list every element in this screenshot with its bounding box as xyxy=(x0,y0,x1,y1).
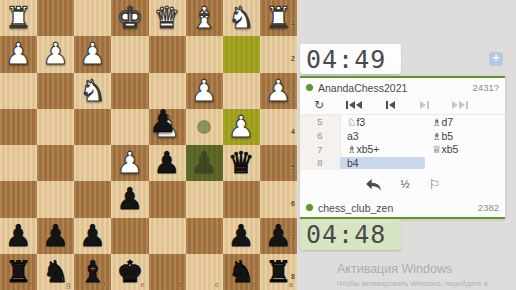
square-g7[interactable]: ♟ xyxy=(37,218,74,254)
square-e3[interactable] xyxy=(111,73,148,109)
white-knight[interactable]: ♞ xyxy=(223,0,260,36)
square-f5[interactable] xyxy=(74,145,111,181)
rank-label-5: 5 xyxy=(291,164,295,171)
square-h1[interactable]: ♜ xyxy=(0,0,37,36)
white-pawn[interactable]: ♟ xyxy=(37,36,74,72)
rank-label-8: 8 xyxy=(291,273,295,280)
square-f3[interactable]: ♞ xyxy=(74,73,111,109)
move-nav-toolbar: ↻ xyxy=(300,97,505,115)
black-pawn[interactable]: ♟ xyxy=(74,218,111,254)
white-pawn[interactable]: ♟ xyxy=(0,36,37,72)
game-action-bar: ½ ⚐ xyxy=(300,170,505,198)
black-clock-active: 04:48 xyxy=(300,219,401,250)
square-e5[interactable]: ♟ xyxy=(111,145,148,181)
black-queen[interactable]: ♛ xyxy=(223,145,260,181)
white-clock: 04:49 xyxy=(300,44,401,74)
white-king[interactable]: ♚ xyxy=(111,0,148,36)
move-number: 6 xyxy=(300,130,340,141)
square-c2[interactable] xyxy=(186,36,223,72)
last-move-icon[interactable] xyxy=(450,97,470,113)
square-f6[interactable] xyxy=(74,181,111,217)
white-bishop[interactable]: ♝ xyxy=(186,0,223,36)
rank-label-3: 3 xyxy=(291,92,295,99)
top-player-name[interactable]: AnandaChess2021 xyxy=(318,82,473,94)
square-e6[interactable]: ♟ xyxy=(111,181,148,217)
bottom-player-name[interactable]: chess_club_zen xyxy=(318,202,478,214)
black-pawn[interactable]: ♟ xyxy=(186,145,223,181)
white-pawn[interactable]: ♟ xyxy=(186,73,223,109)
resign-flag-icon[interactable]: ⚐ xyxy=(429,177,441,192)
move-number: 5 xyxy=(300,116,340,127)
file-label-c: c xyxy=(215,281,219,288)
white-rook[interactable]: ♜ xyxy=(0,0,37,36)
file-label-a: a xyxy=(289,281,293,288)
square-d2[interactable] xyxy=(149,36,186,72)
move-number: 7 xyxy=(300,144,340,155)
file-label-g: g xyxy=(66,281,70,288)
square-g4[interactable] xyxy=(37,109,74,145)
white-pawn[interactable]: ♟ xyxy=(223,109,260,145)
square-c6[interactable] xyxy=(186,181,223,217)
square-d3[interactable] xyxy=(149,73,186,109)
square-f7[interactable]: ♟ xyxy=(74,218,111,254)
square-e7[interactable] xyxy=(111,218,148,254)
black-pawn[interactable]: ♟ xyxy=(37,218,74,254)
square-h5[interactable] xyxy=(0,145,37,181)
rank-label-7: 7 xyxy=(291,237,295,244)
square-d4[interactable]: ♟ xyxy=(149,109,186,145)
move-row-5: 5♘f3♗d7 xyxy=(300,115,505,129)
black-move-san[interactable]: ♕xb5 xyxy=(425,143,458,155)
file-label-e: e xyxy=(140,281,144,288)
white-move-san[interactable]: b4 xyxy=(340,157,425,169)
square-d7[interactable] xyxy=(149,218,186,254)
file-label-h: h xyxy=(29,281,33,288)
black-pawn[interactable]: ♟ xyxy=(223,218,260,254)
square-c3[interactable]: ♟ xyxy=(186,73,223,109)
legal-move-dot[interactable] xyxy=(197,120,211,134)
square-h6[interactable] xyxy=(0,181,37,217)
file-label-d: d xyxy=(178,281,182,288)
last-move-highlight xyxy=(223,36,260,72)
white-move-san[interactable]: a3 xyxy=(340,130,425,142)
square-e4[interactable] xyxy=(111,109,148,145)
white-knight[interactable]: ♞ xyxy=(74,73,111,109)
square-e2[interactable] xyxy=(111,36,148,72)
move-row-8: 8b4 xyxy=(300,156,505,170)
first-move-icon[interactable] xyxy=(344,97,364,113)
game-side-panel: AnandaChess2021 2431? ↻ 5♘f3♗d76a3♗b57♗x… xyxy=(300,76,505,219)
move-list[interactable]: 5♘f3♗d76a3♗b57♗xb5+♕xb58b4 xyxy=(300,115,505,170)
square-g2[interactable]: ♟ xyxy=(37,36,74,72)
online-dot xyxy=(306,204,313,211)
square-h7[interactable]: ♟ xyxy=(0,218,37,254)
takeback-icon[interactable] xyxy=(365,178,382,191)
square-c5[interactable]: ♟ xyxy=(186,145,223,181)
white-move-san[interactable]: ♘f3 xyxy=(340,116,425,128)
offer-draw-icon[interactable]: ½ xyxy=(401,178,410,190)
square-d5[interactable]: ♟ xyxy=(149,145,186,181)
square-c4[interactable] xyxy=(186,109,223,145)
square-h3[interactable] xyxy=(0,73,37,109)
file-label-b: b xyxy=(252,281,256,288)
black-pawn[interactable]: ♟ xyxy=(149,145,186,181)
square-f4[interactable] xyxy=(74,109,111,145)
black-pawn[interactable]: ♟ xyxy=(0,218,37,254)
give-time-button[interactable]: + xyxy=(489,52,503,66)
square-g3[interactable] xyxy=(37,73,74,109)
square-d1[interactable]: ♛ xyxy=(149,0,186,36)
move-number: 8 xyxy=(300,157,340,168)
square-b5[interactable]: ♛ xyxy=(223,145,260,181)
rank-label-2: 2 xyxy=(291,55,295,62)
online-dot xyxy=(306,84,313,91)
square-d6[interactable] xyxy=(149,181,186,217)
square-b6[interactable] xyxy=(223,181,260,217)
square-g5[interactable] xyxy=(37,145,74,181)
top-player-row: AnandaChess2021 2431? xyxy=(300,78,505,97)
file-label-f: f xyxy=(103,281,105,288)
white-move-san[interactable]: ♗xb5+ xyxy=(340,143,425,155)
move-row-7: 7♗xb5+♕xb5 xyxy=(300,142,505,156)
black-move-san[interactable]: ♗d7 xyxy=(425,116,453,128)
square-h4[interactable] xyxy=(0,109,37,145)
square-h2[interactable]: ♟ xyxy=(0,36,37,72)
square-f1[interactable] xyxy=(74,0,111,36)
square-g1[interactable] xyxy=(37,0,74,36)
bottom-player-rating: 2382 xyxy=(478,202,499,213)
black-pawn[interactable]: ♟ xyxy=(111,181,148,217)
rank-label-4: 4 xyxy=(291,128,295,135)
square-c1[interactable]: ♝ xyxy=(186,0,223,36)
windows-activation-watermark: Активация Windows xyxy=(337,262,452,276)
white-pawn[interactable]: ♟ xyxy=(74,36,111,72)
square-b2[interactable] xyxy=(223,36,260,72)
white-queen[interactable]: ♛ xyxy=(149,0,186,36)
square-b4[interactable]: ♟ xyxy=(223,109,260,145)
bottom-player-row: chess_club_zen 2382 xyxy=(300,198,505,217)
top-player-rating: 2431? xyxy=(473,82,499,93)
rank-label-6: 6 xyxy=(291,200,295,207)
square-e1[interactable]: ♚ xyxy=(111,0,148,36)
square-f2[interactable]: ♟ xyxy=(74,36,111,72)
square-g6[interactable] xyxy=(37,181,74,217)
square-b1[interactable]: ♞ xyxy=(223,0,260,36)
rank-label-1: 1 xyxy=(291,19,295,26)
windows-activation-watermark-sub: Чтобы активировать Windows, перейдите в xyxy=(337,279,488,288)
chess-board[interactable]: ♜♚♛♝♞♜♟♟♟♞♟♟♟♟♟♟♟♛♟♟♟♟♟♟♜♞♝♚♞♜12345678hg… xyxy=(0,0,297,290)
prev-move-icon[interactable] xyxy=(382,97,398,113)
white-pawn[interactable]: ♟ xyxy=(111,145,148,181)
move-row-6: 6a3♗b5 xyxy=(300,129,505,143)
next-move-icon[interactable] xyxy=(416,97,432,113)
square-c7[interactable] xyxy=(186,218,223,254)
white-pawn[interactable]: ♟ xyxy=(149,109,186,145)
square-b3[interactable] xyxy=(223,73,260,109)
flip-board-icon[interactable]: ↻ xyxy=(308,97,330,113)
black-move-san[interactable]: ♗b5 xyxy=(425,130,453,142)
square-b7[interactable]: ♟ xyxy=(223,218,260,254)
